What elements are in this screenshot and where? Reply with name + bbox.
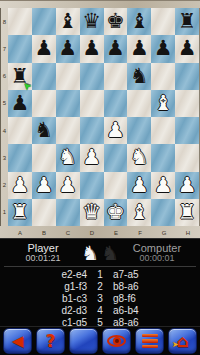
player-white-name: Player [6,242,80,254]
white-move: g1-f3 [35,281,87,292]
square-a1[interactable]: ♜ [8,199,32,226]
player-white-clock: 00:01:21 [6,254,80,264]
piece-black-pawn: ♟ [58,38,77,59]
piece-black-king: ♚ [106,11,125,32]
rank-label: 4 [1,117,8,144]
square-g5[interactable]: ♝ [151,90,175,117]
square-b4[interactable]: ♞ [32,117,56,144]
piece-black-pawn: ♟ [178,38,197,59]
black-move: a6-b4 [113,305,165,316]
black-move: a7-a5 [113,269,165,280]
square-b5[interactable] [32,90,56,117]
white-knight-icon: ♞ [80,243,100,263]
piece-white-bishop: ♝ [154,93,173,114]
square-f5[interactable] [127,90,151,117]
square-d4[interactable] [80,117,104,144]
square-d7[interactable]: ♟ [80,35,104,62]
square-c3[interactable]: ♞ [56,144,80,171]
rank-label: 3 [1,144,8,171]
piece-black-queen: ♛ [82,11,101,32]
piece-black-pawn: ♟ [130,38,149,59]
square-d6[interactable] [80,63,104,90]
square-h8[interactable]: ♜ [175,8,199,35]
move-row: b1-c3 3 g8-f6 [0,292,200,304]
move-row: g1-f3 2 b8-a6 [0,280,200,292]
piece-white-knight: ♞ [58,147,77,168]
square-h6[interactable] [175,63,199,90]
square-a2[interactable]: ♟ [8,172,32,199]
square-e2[interactable] [104,172,128,199]
square-e1[interactable]: ♚ [104,199,128,226]
white-move: d2-d3 [35,305,87,316]
square-f1[interactable]: ♝ [127,199,151,226]
piece-white-rook: ♜ [178,202,197,223]
board-frame: 8 7 6 5 4 3 2 1 ♝♛♚♝♜♟♟♟♟♟♟♟♜➤♞♟♝♞♟♞♟♞♟♟… [0,0,200,238]
square-a8[interactable] [8,8,32,35]
square-f7[interactable]: ♟ [127,35,151,62]
player-black-name: Computer [120,242,194,254]
square-a4[interactable] [8,117,32,144]
square-b8[interactable] [32,8,56,35]
back-button[interactable]: ◀ [3,328,32,354]
square-e4[interactable]: ♟ [104,117,128,144]
square-c8[interactable]: ♝ [56,8,80,35]
move-number: 3 [87,293,113,304]
piece-black-pawn: ♟ [34,38,53,59]
piece-black-pawn: ♟ [11,93,30,114]
move-number: 4 [87,305,113,316]
black-move: g8-f6 [113,293,165,304]
move-row: e2-e4 1 a7-a5 [0,268,200,280]
piece-black-rook: ♜ [178,11,197,32]
replay-button[interactable] [69,328,98,354]
player-white-block: Player 00:01:21 [6,242,80,264]
square-h7[interactable]: ♟ [175,35,199,62]
piece-white-bishop: ♝ [130,202,149,223]
square-b6[interactable] [32,63,56,90]
square-h5[interactable] [175,90,199,117]
rank-label: 8 [1,8,8,35]
piece-black-bishop: ♝ [130,11,149,32]
rank-label: 5 [1,90,8,117]
back-icon: ◀ [12,334,24,349]
square-a6[interactable]: ♜➤ [8,63,32,90]
player-black-block: Computer 00:00:01 [120,242,194,264]
square-g2[interactable]: ♟ [151,172,175,199]
square-f6[interactable]: ♞ [127,63,151,90]
piece-white-king: ♚ [106,202,125,223]
chess-board: ♝♛♚♝♜♟♟♟♟♟♟♟♜➤♞♟♝♞♟♞♟♞♟♟♟♟♟♟♜♛♚♝♜ [8,8,200,226]
square-c6[interactable] [56,63,80,90]
move-list[interactable]: e2-e4 1 a7-a5 g1-f3 2 b8-a6 b1-c3 3 g8-f… [0,268,200,329]
square-d1[interactable]: ♛ [80,199,104,226]
piece-white-queen: ♛ [82,202,101,223]
help-button[interactable]: ? [36,328,65,354]
square-c5[interactable] [56,90,80,117]
piece-black-pawn: ♟ [154,38,173,59]
square-c4[interactable] [56,117,80,144]
toolbar: ◀ ? ⌂ ➤ [0,326,200,355]
piece-white-pawn: ♟ [178,175,197,196]
square-e6[interactable] [104,63,128,90]
square-g6[interactable] [151,63,175,90]
question-icon: ? [46,333,56,350]
square-d3[interactable]: ♟ [80,144,104,171]
square-h3[interactable] [175,144,199,171]
square-c1[interactable] [56,199,80,226]
piece-black-bishop: ♝ [58,11,77,32]
exit-arrow-icon: ➤ [172,341,179,349]
square-h4[interactable] [175,117,199,144]
white-move: e2-e4 [35,269,87,280]
square-f4[interactable] [127,117,151,144]
piece-white-pawn: ♟ [34,175,53,196]
piece-white-pawn: ♟ [11,175,30,196]
square-e8[interactable]: ♚ [104,8,128,35]
piece-white-rook: ♜ [11,202,30,223]
square-b1[interactable] [32,199,56,226]
info-panel: Player 00:01:21 ♞ ♞ Computer 00:00:01 e2… [0,238,200,355]
piece-black-knight: ♞ [34,120,53,141]
player-black-clock: 00:00:01 [120,254,194,264]
square-g3[interactable] [151,144,175,171]
piece-white-pawn: ♟ [58,175,77,196]
menu-button[interactable] [135,328,164,354]
square-g7[interactable]: ♟ [151,35,175,62]
square-d2[interactable] [80,172,104,199]
analysis-button[interactable] [102,328,131,354]
chess-app: 8 7 6 5 4 3 2 1 ♝♛♚♝♜♟♟♟♟♟♟♟♜➤♞♟♝♞♟♞♟♞♟♟… [0,0,200,355]
square-c7[interactable]: ♟ [56,35,80,62]
players-row: Player 00:01:21 ♞ ♞ Computer 00:00:01 [0,239,200,265]
square-e3[interactable] [104,144,128,171]
rank-label: 6 [1,63,8,90]
piece-white-pawn: ♟ [106,120,125,141]
square-c2[interactable]: ♟ [56,172,80,199]
divider [4,266,196,267]
rank-label: 1 [1,199,8,226]
menu-bars-icon [142,334,158,349]
square-d8[interactable]: ♛ [80,8,104,35]
black-knight-icon: ♞ [100,243,120,263]
square-a7[interactable] [8,35,32,62]
square-d5[interactable] [80,90,104,117]
square-g4[interactable] [151,117,175,144]
rank-labels: 8 7 6 5 4 3 2 1 [0,8,8,226]
square-a3[interactable] [8,144,32,171]
square-a5[interactable]: ♟ [8,90,32,117]
move-row: d2-d3 4 a6-b4 [0,305,200,317]
square-g1[interactable] [151,199,175,226]
piece-black-pawn: ♟ [106,38,125,59]
piece-white-pawn: ♟ [154,175,173,196]
square-b7[interactable]: ♟ [32,35,56,62]
square-h1[interactable]: ♜ [175,199,199,226]
square-e5[interactable] [104,90,128,117]
square-g8[interactable] [151,8,175,35]
piece-white-knight: ♞ [130,147,149,168]
exit-button[interactable]: ⌂ ➤ [168,328,197,354]
move-number: 2 [87,281,113,292]
eye-icon [107,335,126,347]
move-number: 1 [87,269,113,280]
piece-white-pawn: ♟ [82,147,101,168]
rank-label: 7 [1,35,8,62]
square-b2[interactable]: ♟ [32,172,56,199]
square-f3[interactable]: ♞ [127,144,151,171]
piece-black-pawn: ♟ [82,38,101,59]
square-h2[interactable]: ♟ [175,172,199,199]
rank-label: 2 [1,172,8,199]
square-b3[interactable] [32,144,56,171]
square-f2[interactable]: ♟ [127,172,151,199]
square-e7[interactable]: ♟ [104,35,128,62]
white-move: b1-c3 [35,293,87,304]
square-f8[interactable]: ♝ [127,8,151,35]
piece-white-pawn: ♟ [130,175,149,196]
black-move: b8-a6 [113,281,165,292]
refresh-arrows-icon [76,334,92,348]
piece-black-knight: ♞ [130,66,149,87]
